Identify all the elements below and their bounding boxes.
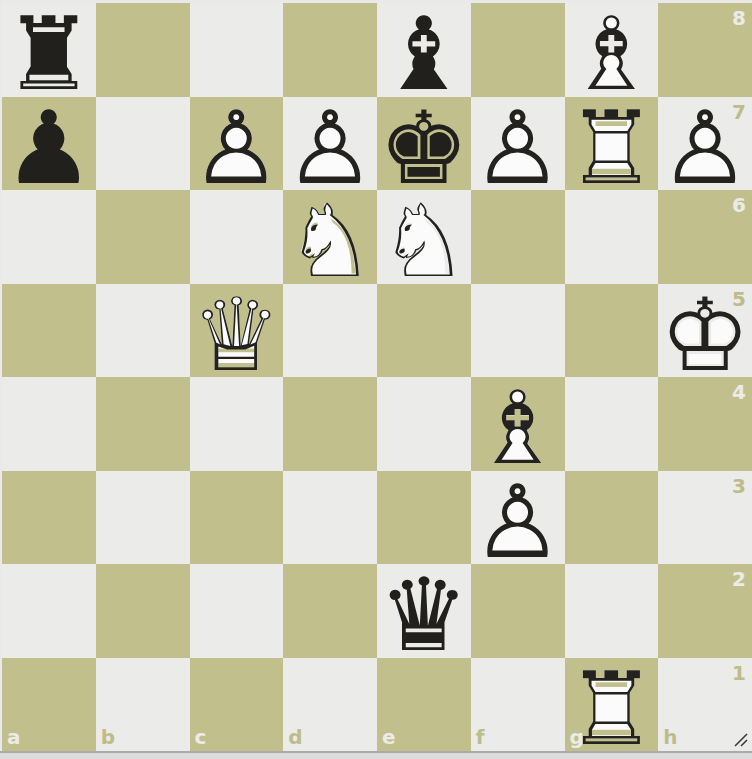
square-a7[interactable]: ♟ (2, 97, 96, 191)
piece-outline-layer: ♙ (472, 98, 563, 199)
square-f5[interactable] (471, 284, 565, 378)
square-g5[interactable] (565, 284, 659, 378)
square-f1[interactable]: f (471, 658, 565, 752)
square-h8[interactable]: 8 (658, 3, 752, 97)
square-f7[interactable]: ♟♙ (471, 97, 565, 191)
file-label-c: c (195, 727, 207, 747)
square-c7[interactable]: ♟♙ (190, 97, 284, 191)
chess-app-page: ♜♝♝♗8♟♟♙♟♙♚♟♙♜♖♟♙7♞♘♞♘6♛♕♚♔5♝♗4♟♙3♛2abcd… (0, 0, 752, 759)
square-b4[interactable] (96, 377, 190, 471)
rank-label-3: 3 (732, 476, 746, 496)
square-h5[interactable]: ♚♔5 (658, 284, 752, 378)
piece-outline-layer: ♙ (472, 472, 563, 573)
piece-white-pawn[interactable]: ♟♙ (471, 97, 565, 191)
square-a8[interactable]: ♜ (2, 3, 96, 97)
piece-black-bishop[interactable]: ♝ (377, 3, 471, 97)
square-b1[interactable]: b (96, 658, 190, 752)
resize-grip-icon[interactable] (733, 732, 749, 748)
square-b7[interactable] (96, 97, 190, 191)
piece-outline-layer: ♘ (285, 191, 376, 292)
square-e2[interactable]: ♛ (377, 564, 471, 658)
square-d7[interactable]: ♟♙ (283, 97, 377, 191)
square-a1[interactable]: a (2, 658, 96, 752)
file-label-e: e (382, 727, 396, 747)
rank-label-5: 5 (732, 289, 746, 309)
square-b6[interactable] (96, 190, 190, 284)
file-label-d: d (288, 727, 302, 747)
file-label-a: a (7, 727, 21, 747)
square-g1[interactable]: ♜♖g (565, 658, 659, 752)
piece-glyph: ♟ (4, 98, 95, 199)
rank-label-6: 6 (732, 195, 746, 215)
square-h6[interactable]: 6 (658, 190, 752, 284)
file-label-g: g (570, 727, 584, 747)
file-label-f: f (476, 727, 485, 747)
square-h2[interactable]: 2 (658, 564, 752, 658)
piece-white-pawn[interactable]: ♟♙ (283, 97, 377, 191)
square-a3[interactable] (2, 471, 96, 565)
square-f3[interactable]: ♟♙ (471, 471, 565, 565)
rank-label-8: 8 (732, 8, 746, 28)
board-bottom-edge (0, 751, 752, 759)
square-d6[interactable]: ♞♘ (283, 190, 377, 284)
square-e3[interactable] (377, 471, 471, 565)
piece-black-king[interactable]: ♚ (377, 97, 471, 191)
piece-white-knight[interactable]: ♞♘ (283, 190, 377, 284)
piece-outline-layer: ♘ (379, 191, 470, 292)
piece-outline-layer: ♖ (566, 98, 657, 199)
square-d3[interactable] (283, 471, 377, 565)
square-c1[interactable]: c (190, 658, 284, 752)
square-h4[interactable]: 4 (658, 377, 752, 471)
piece-white-knight[interactable]: ♞♘ (377, 190, 471, 284)
piece-black-rook[interactable]: ♜ (2, 3, 96, 97)
square-g2[interactable] (565, 564, 659, 658)
square-b3[interactable] (96, 471, 190, 565)
piece-white-pawn[interactable]: ♟♙ (190, 97, 284, 191)
piece-white-bishop[interactable]: ♝♗ (565, 3, 659, 97)
square-e5[interactable] (377, 284, 471, 378)
square-e1[interactable]: e (377, 658, 471, 752)
square-c8[interactable] (190, 3, 284, 97)
square-f6[interactable] (471, 190, 565, 284)
square-a4[interactable] (2, 377, 96, 471)
piece-glyph: ♛ (379, 565, 470, 666)
piece-outline-layer: ♕ (191, 285, 282, 386)
square-f2[interactable] (471, 564, 565, 658)
square-b8[interactable] (96, 3, 190, 97)
square-d4[interactable] (283, 377, 377, 471)
square-d5[interactable] (283, 284, 377, 378)
square-a2[interactable] (2, 564, 96, 658)
square-e6[interactable]: ♞♘ (377, 190, 471, 284)
square-g6[interactable] (565, 190, 659, 284)
piece-outline-layer: ♙ (191, 98, 282, 199)
piece-white-queen[interactable]: ♛♕ (190, 284, 284, 378)
file-label-h: h (663, 727, 677, 747)
square-g4[interactable] (565, 377, 659, 471)
square-b5[interactable] (96, 284, 190, 378)
square-d1[interactable]: d (283, 658, 377, 752)
square-h7[interactable]: ♟♙7 (658, 97, 752, 191)
square-c2[interactable] (190, 564, 284, 658)
square-e7[interactable]: ♚ (377, 97, 471, 191)
piece-white-bishop[interactable]: ♝♗ (471, 377, 565, 471)
square-e8[interactable]: ♝ (377, 3, 471, 97)
square-d8[interactable] (283, 3, 377, 97)
square-c5[interactable]: ♛♕ (190, 284, 284, 378)
square-e4[interactable] (377, 377, 471, 471)
rank-label-2: 2 (732, 569, 746, 589)
square-b2[interactable] (96, 564, 190, 658)
piece-white-pawn[interactable]: ♟♙ (471, 471, 565, 565)
piece-black-queen[interactable]: ♛ (377, 564, 471, 658)
square-f4[interactable]: ♝♗ (471, 377, 565, 471)
rank-label-4: 4 (732, 382, 746, 402)
square-f8[interactable] (471, 3, 565, 97)
square-h3[interactable]: 3 (658, 471, 752, 565)
square-a6[interactable] (2, 190, 96, 284)
square-c4[interactable] (190, 377, 284, 471)
file-label-b: b (101, 727, 115, 747)
square-d2[interactable] (283, 564, 377, 658)
square-g8[interactable]: ♝♗ (565, 3, 659, 97)
square-g7[interactable]: ♜♖ (565, 97, 659, 191)
square-a5[interactable] (2, 284, 96, 378)
chess-board: ♜♝♝♗8♟♟♙♟♙♚♟♙♜♖♟♙7♞♘♞♘6♛♕♚♔5♝♗4♟♙3♛2abcd… (2, 3, 752, 751)
piece-black-pawn[interactable]: ♟ (2, 97, 96, 191)
square-c6[interactable] (190, 190, 284, 284)
rank-label-1: 1 (732, 663, 746, 683)
square-c3[interactable] (190, 471, 284, 565)
rank-label-7: 7 (732, 102, 746, 122)
square-g3[interactable] (565, 471, 659, 565)
piece-white-rook[interactable]: ♜♖ (565, 97, 659, 191)
